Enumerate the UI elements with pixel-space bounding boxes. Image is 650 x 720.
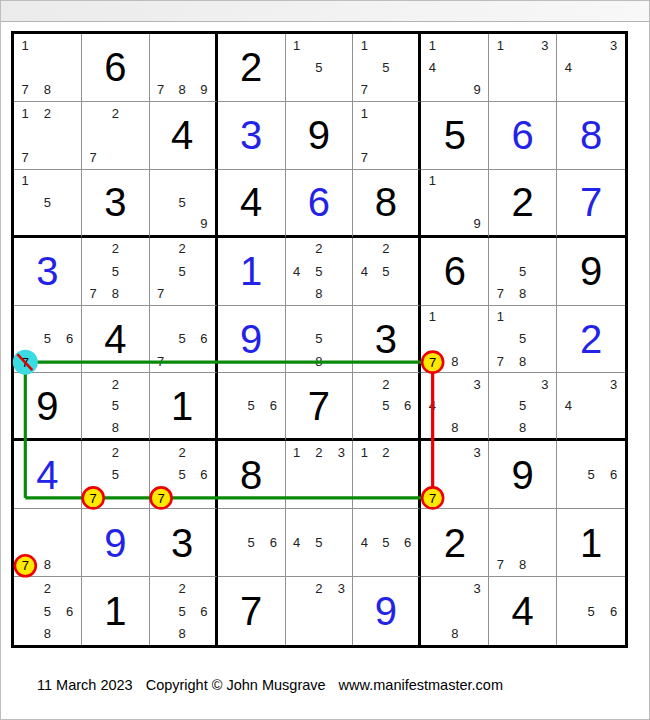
- candidate-6: 6: [59, 600, 81, 623]
- solved-digit: 1: [218, 238, 285, 305]
- candidate-5: 5: [512, 395, 534, 417]
- solved-digit: 3: [14, 238, 81, 305]
- given-digit: 4: [489, 577, 556, 645]
- given-digit: 8: [353, 170, 418, 235]
- cell-r7c5[interactable]: 123: [286, 441, 354, 509]
- candidate-3: 3: [330, 577, 352, 600]
- cell-r4c3[interactable]: 257: [150, 238, 218, 306]
- cell-r8c2[interactable]: 9: [82, 509, 150, 577]
- cell-r2c5[interactable]: 9: [286, 102, 354, 170]
- candidate-7: 7: [489, 282, 511, 304]
- candidate-2: 2: [375, 238, 397, 260]
- candidate-7: 7: [489, 554, 511, 576]
- footer-website: www.manifestmaster.com: [339, 677, 503, 693]
- candidate-2: 2: [104, 238, 126, 260]
- candidate-7: 7: [14, 146, 36, 168]
- candidate-5: 5: [36, 191, 58, 213]
- candidate-3: 3: [602, 34, 625, 56]
- candidate-2: 2: [36, 577, 58, 600]
- candidate-5: 5: [580, 464, 603, 486]
- candidate-6: 6: [262, 532, 284, 554]
- given-digit: 4: [218, 170, 285, 235]
- cell-r7c8[interactable]: 9: [489, 441, 557, 509]
- candidate-7: 7: [82, 282, 104, 304]
- cell-r2c2[interactable]: 27: [82, 102, 150, 170]
- cell-r9c5[interactable]: 23: [286, 577, 354, 645]
- solved-digit: 9: [353, 577, 418, 645]
- cell-r8c4[interactable]: 56: [218, 509, 286, 577]
- candidate-5: 5: [512, 328, 534, 350]
- candidate-5: 5: [171, 464, 193, 486]
- candidate-2: 2: [308, 238, 330, 260]
- candidate-7: 7: [353, 146, 375, 168]
- candidate-5: 5: [104, 464, 126, 486]
- cell-r2c9[interactable]: 8: [557, 102, 625, 170]
- candidate-3: 3: [466, 441, 488, 463]
- candidate-5: 5: [171, 191, 193, 213]
- candidate-5: 5: [308, 260, 330, 282]
- cell-r2c3[interactable]: 4: [150, 102, 218, 170]
- candidate-3: 3: [330, 441, 352, 463]
- candidate-2: 2: [36, 102, 58, 124]
- cell-r7c4[interactable]: 8: [218, 441, 286, 509]
- candidate-2: 2: [171, 238, 193, 260]
- candidate-5: 5: [375, 260, 397, 282]
- cell-r2c7[interactable]: 5: [421, 102, 489, 170]
- footer: 11 March 2023 Copyright © John Musgrave …: [37, 677, 503, 693]
- cell-r1c9[interactable]: 34: [557, 34, 625, 102]
- given-digit: 5: [421, 102, 488, 169]
- solved-digit: 6: [286, 170, 353, 235]
- candidate-7: 7: [150, 282, 172, 304]
- candidate-3: 3: [466, 577, 488, 600]
- candidate-1: 1: [14, 34, 36, 56]
- cell-r6c3[interactable]: 1: [150, 373, 218, 441]
- solved-digit: 8: [557, 102, 625, 169]
- candidate-9: 9: [193, 213, 215, 235]
- candidate-8: 8: [308, 282, 330, 304]
- candidate-4: 4: [286, 260, 308, 282]
- cell-r4c6[interactable]: 245: [353, 238, 421, 306]
- given-digit: 7: [286, 373, 353, 438]
- candidate-6: 6: [193, 464, 215, 486]
- cell-r6c6[interactable]: 256: [353, 373, 421, 441]
- cell-r1c8[interactable]: 13: [489, 34, 557, 102]
- candidate-4: 4: [421, 395, 443, 417]
- candidate-4: 4: [557, 56, 580, 78]
- cell-r3c4[interactable]: 4: [218, 170, 286, 238]
- cell-r2c1[interactable]: 127: [14, 102, 82, 170]
- cell-r9c9[interactable]: 56: [557, 577, 625, 645]
- candidate-5: 5: [580, 600, 603, 623]
- cell-r4c9[interactable]: 9: [557, 238, 625, 306]
- candidate-5: 5: [375, 395, 397, 417]
- candidate-2: 2: [171, 577, 193, 600]
- cell-r3c1[interactable]: 15: [14, 170, 82, 238]
- cell-r6c1[interactable]: 9: [14, 373, 82, 441]
- solved-digit: 9: [218, 306, 285, 373]
- candidate-4: 4: [286, 532, 308, 554]
- candidate-5: 5: [512, 260, 534, 282]
- cell-r9c8[interactable]: 4: [489, 577, 557, 645]
- given-digit: 9: [14, 373, 81, 438]
- candidate-6: 6: [602, 464, 625, 486]
- candidate-2: 2: [308, 441, 330, 463]
- cell-r6c8[interactable]: 358: [489, 373, 557, 441]
- title-bar: [1, 1, 649, 22]
- cell-r1c7[interactable]: 149: [421, 34, 489, 102]
- page: 1786789215157149133412727439175681535946…: [0, 0, 650, 720]
- given-digit: 2: [421, 509, 488, 576]
- cell-r1c4[interactable]: 2: [218, 34, 286, 102]
- candidate-8: 8: [171, 622, 193, 645]
- cell-r7c9[interactable]: 56: [557, 441, 625, 509]
- candidate-1: 1: [353, 102, 375, 124]
- cell-r9c6[interactable]: 9: [353, 577, 421, 645]
- candidate-5: 5: [308, 56, 330, 78]
- given-digit: 6: [82, 34, 149, 101]
- cell-r8c5[interactable]: 45: [286, 509, 354, 577]
- candidate-5: 5: [240, 532, 262, 554]
- candidate-5: 5: [36, 600, 58, 623]
- candidate-4: 4: [353, 532, 375, 554]
- candidate-5: 5: [104, 395, 126, 417]
- cell-r4c7[interactable]: 6: [421, 238, 489, 306]
- candidate-5: 5: [171, 260, 193, 282]
- candidate-7: 7: [489, 350, 511, 372]
- candidate-8: 8: [512, 282, 534, 304]
- candidate-1: 1: [286, 34, 308, 56]
- cell-r5c9[interactable]: 2: [557, 306, 625, 374]
- candidate-4: 4: [557, 395, 580, 417]
- cell-r9c7[interactable]: 38: [421, 577, 489, 645]
- candidate-2: 2: [104, 441, 126, 463]
- cell-r4c5[interactable]: 2458: [286, 238, 354, 306]
- candidate-3: 3: [534, 34, 556, 56]
- sudoku-board: 1786789215157149133412727439175681535946…: [11, 31, 628, 648]
- candidate-1: 1: [421, 306, 443, 328]
- cell-r5c6[interactable]: 3: [353, 306, 421, 374]
- given-digit: 4: [82, 306, 149, 373]
- candidate-8: 8: [104, 282, 126, 304]
- candidate-8: 8: [104, 417, 126, 439]
- candidate-1: 1: [421, 34, 443, 56]
- candidate-2: 2: [104, 373, 126, 395]
- candidate-5: 5: [308, 328, 330, 350]
- candidate-5: 5: [375, 56, 397, 78]
- cell-r7c6[interactable]: 12: [353, 441, 421, 509]
- candidate-5: 5: [308, 532, 330, 554]
- cell-r3c2[interactable]: 3: [82, 170, 150, 238]
- candidate-9: 9: [193, 79, 215, 101]
- cell-r7c2[interactable]: 25: [82, 441, 150, 509]
- cell-r8c3[interactable]: 3: [150, 509, 218, 577]
- cell-r7c1[interactable]: 4: [14, 441, 82, 509]
- given-digit: 4: [150, 102, 215, 169]
- cell-r4c2[interactable]: 2578: [82, 238, 150, 306]
- cell-r1c3[interactable]: 789: [150, 34, 218, 102]
- candidate-2: 2: [375, 441, 397, 463]
- candidate-8: 8: [512, 350, 534, 372]
- cell-r3c6[interactable]: 8: [353, 170, 421, 238]
- given-digit: 3: [353, 306, 418, 373]
- candidate-8: 8: [512, 554, 534, 576]
- candidate-1: 1: [353, 441, 375, 463]
- given-digit: 3: [82, 170, 149, 235]
- cell-r2c8[interactable]: 6: [489, 102, 557, 170]
- given-digit: 8: [218, 441, 285, 508]
- cell-r1c2[interactable]: 6: [82, 34, 150, 102]
- candidate-3: 3: [466, 373, 488, 395]
- candidate-7: 7: [353, 79, 375, 101]
- solved-digit: 4: [14, 441, 81, 508]
- cell-r2c6[interactable]: 17: [353, 102, 421, 170]
- candidate-3: 3: [534, 373, 556, 395]
- cell-r3c7[interactable]: 19: [421, 170, 489, 238]
- cell-r6c7[interactable]: 348: [421, 373, 489, 441]
- cell-r1c6[interactable]: 157: [353, 34, 421, 102]
- cell-r8c9[interactable]: 1: [557, 509, 625, 577]
- cell-r8c1[interactable]: 8: [14, 509, 82, 577]
- cell-r5c1[interactable]: 56: [14, 306, 82, 374]
- solved-digit: 2: [557, 306, 625, 373]
- solved-digit: 9: [82, 509, 149, 576]
- candidate-1: 1: [286, 441, 308, 463]
- given-digit: 9: [286, 102, 353, 169]
- candidate-6: 6: [602, 600, 625, 623]
- candidate-2: 2: [171, 441, 193, 463]
- solved-digit: 3: [218, 102, 285, 169]
- cell-r6c2[interactable]: 258: [82, 373, 150, 441]
- candidate-7: 7: [150, 350, 172, 372]
- candidate-6: 6: [59, 328, 81, 350]
- candidate-1: 1: [421, 170, 443, 192]
- candidate-7: 7: [150, 79, 172, 101]
- cell-r3c9[interactable]: 7: [557, 170, 625, 238]
- given-digit: 9: [557, 238, 625, 305]
- candidate-6: 6: [397, 532, 419, 554]
- candidate-8: 8: [444, 417, 466, 439]
- cell-r5c5[interactable]: 58: [286, 306, 354, 374]
- cell-r8c7[interactable]: 2: [421, 509, 489, 577]
- cell-r3c8[interactable]: 2: [489, 170, 557, 238]
- cell-r4c4[interactable]: 1: [218, 238, 286, 306]
- candidate-2: 2: [308, 577, 330, 600]
- cell-r7c3[interactable]: 256: [150, 441, 218, 509]
- given-digit: 2: [218, 34, 285, 101]
- candidate-8: 8: [36, 554, 58, 576]
- cell-r9c3[interactable]: 2568: [150, 577, 218, 645]
- cell-r6c9[interactable]: 34: [557, 373, 625, 441]
- candidate-5: 5: [171, 328, 193, 350]
- candidate-8: 8: [512, 417, 534, 439]
- given-digit: 1: [82, 577, 149, 645]
- candidate-3: 3: [602, 373, 625, 395]
- candidate-5: 5: [375, 532, 397, 554]
- cell-r5c7[interactable]: 18: [421, 306, 489, 374]
- candidate-5: 5: [240, 395, 262, 417]
- candidate-2: 2: [375, 373, 397, 395]
- cell-r8c8[interactable]: 78: [489, 509, 557, 577]
- candidate-6: 6: [262, 395, 284, 417]
- cell-r1c1[interactable]: 178: [14, 34, 82, 102]
- cell-r3c5[interactable]: 6: [286, 170, 354, 238]
- candidate-7: 7: [14, 79, 36, 101]
- candidate-1: 1: [14, 170, 36, 192]
- given-digit: 6: [421, 238, 488, 305]
- cell-r1c5[interactable]: 15: [286, 34, 354, 102]
- candidate-8: 8: [444, 622, 466, 645]
- cell-r9c4[interactable]: 7: [218, 577, 286, 645]
- cell-r5c2[interactable]: 4: [82, 306, 150, 374]
- cell-r4c8[interactable]: 578: [489, 238, 557, 306]
- candidate-5: 5: [104, 260, 126, 282]
- candidate-2: 2: [104, 102, 126, 124]
- candidate-8: 8: [308, 350, 330, 372]
- candidate-6: 6: [193, 328, 215, 350]
- candidate-9: 9: [466, 213, 488, 235]
- solved-digit: 6: [489, 102, 556, 169]
- given-digit: 7: [218, 577, 285, 645]
- candidate-5: 5: [171, 600, 193, 623]
- cell-r6c4[interactable]: 56: [218, 373, 286, 441]
- candidate-6: 6: [193, 600, 215, 623]
- given-digit: 1: [150, 373, 215, 438]
- cell-r9c2[interactable]: 1: [82, 577, 150, 645]
- footer-date: 11 March 2023: [37, 677, 133, 693]
- candidate-6: 6: [397, 395, 419, 417]
- candidate-4: 4: [353, 260, 375, 282]
- cell-r3c3[interactable]: 59: [150, 170, 218, 238]
- cell-r4c1[interactable]: 3: [14, 238, 82, 306]
- given-digit: 2: [489, 170, 556, 235]
- candidate-1: 1: [489, 34, 511, 56]
- given-digit: 1: [557, 509, 625, 576]
- candidate-7: 7: [82, 146, 104, 168]
- cell-r5c4[interactable]: 9: [218, 306, 286, 374]
- solved-digit: 7: [557, 170, 625, 235]
- footer-copyright: Copyright © John Musgrave: [146, 677, 326, 693]
- candidate-8: 8: [444, 350, 466, 372]
- cell-r6c5[interactable]: 7: [286, 373, 354, 441]
- given-digit: 3: [150, 509, 215, 576]
- candidate-8: 8: [171, 79, 193, 101]
- candidate-4: 4: [421, 56, 443, 78]
- cell-r2c4[interactable]: 3: [218, 102, 286, 170]
- cell-r5c8[interactable]: 1578: [489, 306, 557, 374]
- candidate-8: 8: [36, 622, 58, 645]
- given-digit: 9: [489, 441, 556, 508]
- cell-r7c7[interactable]: 3: [421, 441, 489, 509]
- candidate-9: 9: [466, 79, 488, 101]
- candidate-1: 1: [14, 102, 36, 124]
- candidate-5: 5: [36, 328, 58, 350]
- cell-r9c1[interactable]: 2568: [14, 577, 82, 645]
- cell-r8c6[interactable]: 456: [353, 509, 421, 577]
- candidate-1: 1: [489, 306, 511, 328]
- candidate-8: 8: [36, 79, 58, 101]
- candidate-1: 1: [353, 34, 375, 56]
- cell-r5c3[interactable]: 567: [150, 306, 218, 374]
